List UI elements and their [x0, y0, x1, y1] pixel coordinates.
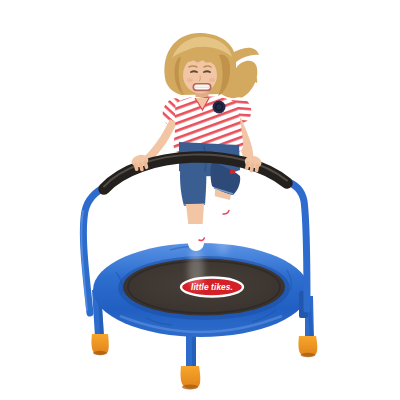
product-photo: little tikes. [0, 0, 400, 400]
foot-base [301, 353, 316, 357]
foot-base [93, 351, 107, 355]
cheek-blush [187, 78, 193, 82]
cheek-blush [209, 78, 215, 82]
trampoline-scene-svg: little tikes. [0, 0, 400, 400]
flower-pin [213, 101, 226, 114]
grinning-mouth [193, 83, 212, 91]
child-left-calf [186, 204, 204, 226]
warning-tag [230, 170, 235, 174]
foot-base [182, 385, 198, 390]
motion-blur-ghost [188, 248, 204, 290]
motion-blur-ghost [216, 227, 230, 255]
